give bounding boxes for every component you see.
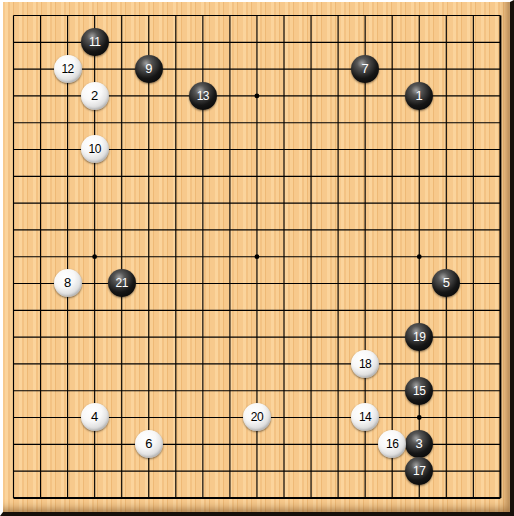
stone-white-16-P3: 16 [378,430,406,458]
stone-black-7-O17: 7 [351,55,379,83]
stone-black-5-R9: 5 [432,269,460,297]
stone-white-2-D16: 2 [81,82,109,110]
stone-black-13-H16: 13 [189,82,217,110]
stone-black-21-E9: 21 [108,269,136,297]
stone-black-9-F17: 9 [135,55,163,83]
stone-black-17-Q2: 17 [405,457,433,485]
go-board[interactable]: 123456789101112131415161718192021 [0,0,514,516]
stone-white-20-K4: 20 [243,403,271,431]
stone-black-11-D18: 11 [81,28,109,56]
stone-white-6-F3: 6 [135,430,163,458]
stone-white-18-O6: 18 [351,350,379,378]
stone-black-19-Q7: 19 [405,323,433,351]
stone-white-12-C17: 12 [54,55,82,83]
stone-white-10-D14: 10 [81,135,109,163]
stone-black-3-Q3: 3 [405,430,433,458]
stone-white-14-O4: 14 [351,403,379,431]
stone-white-8-C9: 8 [54,269,82,297]
stone-black-15-Q5: 15 [405,377,433,405]
stone-white-4-D4: 4 [81,403,109,431]
stone-black-1-Q16: 1 [405,82,433,110]
stones-layer: 123456789101112131415161718192021 [0,2,514,512]
